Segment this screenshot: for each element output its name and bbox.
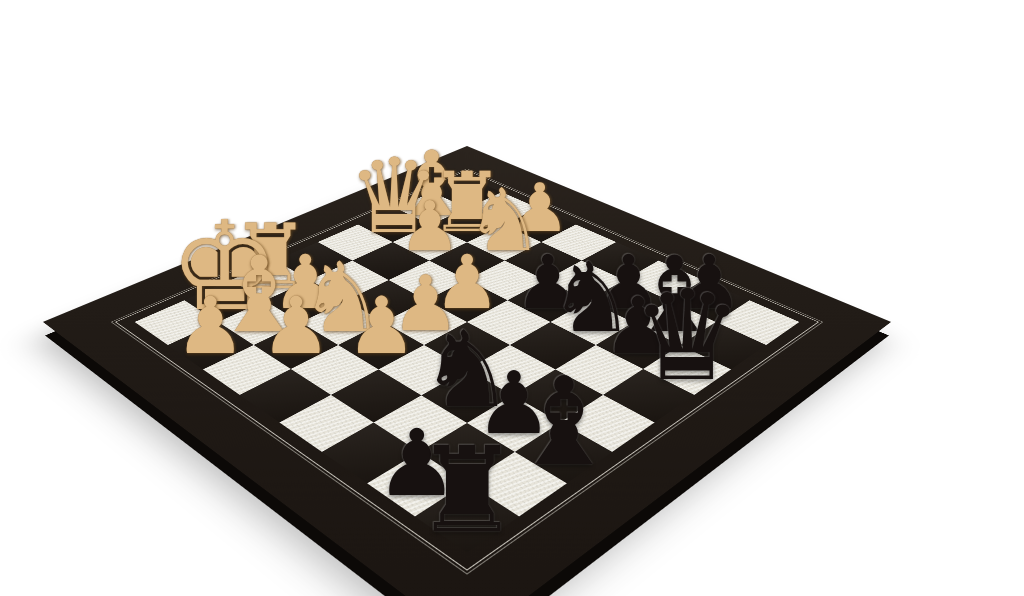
square-e1	[279, 395, 373, 452]
square-g6	[595, 322, 681, 369]
square-h1	[415, 483, 519, 553]
square-g4	[512, 369, 603, 422]
square-c1	[203, 345, 291, 395]
square-e3	[379, 345, 467, 395]
square-d3	[339, 322, 425, 369]
square-d2	[291, 345, 379, 395]
square-h2	[467, 452, 567, 517]
square-f1	[322, 422, 419, 483]
square-b1	[168, 322, 254, 369]
square-h6	[643, 345, 731, 395]
square-f4	[467, 345, 555, 395]
square-f3	[422, 369, 513, 422]
square-g3	[467, 395, 561, 452]
square-g2	[419, 422, 516, 483]
square-c2	[253, 322, 339, 369]
chess-board	[43, 146, 892, 596]
square-g1	[367, 452, 467, 517]
board-frame	[43, 146, 892, 596]
square-g5	[555, 345, 643, 395]
square-h3	[515, 422, 612, 483]
board-squares	[135, 177, 800, 553]
square-d1	[240, 369, 331, 422]
square-e4	[424, 322, 510, 369]
square-e2	[331, 369, 422, 422]
scene	[0, 0, 1024, 596]
square-h5	[603, 369, 694, 422]
square-f5	[510, 322, 596, 369]
square-h4	[561, 395, 655, 452]
square-f2	[373, 395, 467, 452]
square-h7	[681, 322, 767, 369]
